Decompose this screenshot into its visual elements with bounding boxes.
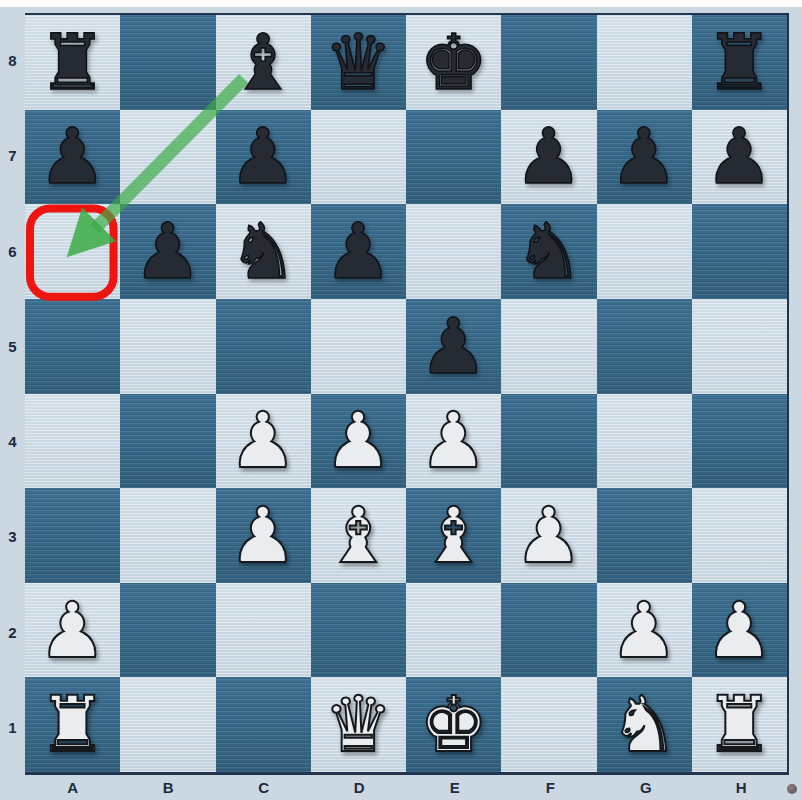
file-label-c: C xyxy=(216,775,312,800)
square-d8[interactable]: ♛ xyxy=(311,15,406,110)
square-f7[interactable]: ♟ xyxy=(501,110,596,205)
square-e6[interactable] xyxy=(406,204,501,299)
square-a3[interactable] xyxy=(25,488,120,583)
white-queen-d1[interactable]: ♛ xyxy=(311,677,406,772)
square-d1[interactable]: ♛ xyxy=(311,677,406,772)
white-pawn-f3[interactable]: ♟ xyxy=(501,488,596,583)
square-e7[interactable] xyxy=(406,110,501,205)
white-knight-g1[interactable]: ♞ xyxy=(597,677,692,772)
white-pawn-g2[interactable]: ♟ xyxy=(597,583,692,678)
square-d3[interactable]: ♝ xyxy=(311,488,406,583)
rank-label-6: 6 xyxy=(0,204,25,299)
rank-label-8: 8 xyxy=(0,13,25,108)
square-b5[interactable] xyxy=(120,299,215,394)
white-bishop-e3[interactable]: ♝ xyxy=(406,488,501,583)
black-queen-d8[interactable]: ♛ xyxy=(311,15,406,110)
square-c7[interactable]: ♟ xyxy=(216,110,311,205)
square-g4[interactable] xyxy=(597,394,692,489)
square-h1[interactable]: ♜ xyxy=(692,677,787,772)
square-g8[interactable] xyxy=(597,15,692,110)
white-king-e1[interactable]: ♚ xyxy=(406,677,501,772)
square-a2[interactable]: ♟ xyxy=(25,583,120,678)
square-g3[interactable] xyxy=(597,488,692,583)
square-f8[interactable] xyxy=(501,15,596,110)
top-strip xyxy=(0,0,802,7)
square-g6[interactable] xyxy=(597,204,692,299)
white-pawn-c4[interactable]: ♟ xyxy=(216,394,311,489)
black-pawn-g7[interactable]: ♟ xyxy=(597,110,692,205)
square-b3[interactable] xyxy=(120,488,215,583)
square-c3[interactable]: ♟ xyxy=(216,488,311,583)
square-f4[interactable] xyxy=(501,394,596,489)
square-g2[interactable]: ♟ xyxy=(597,583,692,678)
chess-board: ♜♝♛♚♜♟♟♟♟♟♟♞♟♞♟♟♟♟♟♝♝♟♟♟♟♜♛♚♞♜ xyxy=(25,13,789,775)
rank-label-1: 1 xyxy=(0,680,25,775)
square-c8[interactable]: ♝ xyxy=(216,15,311,110)
square-h5[interactable] xyxy=(692,299,787,394)
black-pawn-d6[interactable]: ♟ xyxy=(311,204,406,299)
square-f2[interactable] xyxy=(501,583,596,678)
square-a4[interactable] xyxy=(25,394,120,489)
file-label-a: A xyxy=(25,775,121,800)
rank-label-7: 7 xyxy=(0,108,25,203)
rank-label-5: 5 xyxy=(0,299,25,394)
rank-label-2: 2 xyxy=(0,585,25,680)
square-b4[interactable] xyxy=(120,394,215,489)
square-c2[interactable] xyxy=(216,583,311,678)
square-e5[interactable]: ♟ xyxy=(406,299,501,394)
square-b7[interactable] xyxy=(120,110,215,205)
square-c1[interactable] xyxy=(216,677,311,772)
white-pawn-d4[interactable]: ♟ xyxy=(311,394,406,489)
white-pawn-h2[interactable]: ♟ xyxy=(692,583,787,678)
rank-label-4: 4 xyxy=(0,394,25,489)
square-g7[interactable]: ♟ xyxy=(597,110,692,205)
file-label-f: F xyxy=(503,775,599,800)
square-f1[interactable] xyxy=(501,677,596,772)
file-label-h: H xyxy=(694,775,790,800)
square-a6[interactable] xyxy=(25,204,120,299)
square-b8[interactable] xyxy=(120,15,215,110)
square-d6[interactable]: ♟ xyxy=(311,204,406,299)
white-bishop-d3[interactable]: ♝ xyxy=(311,488,406,583)
square-d4[interactable]: ♟ xyxy=(311,394,406,489)
square-f3[interactable]: ♟ xyxy=(501,488,596,583)
square-d5[interactable] xyxy=(311,299,406,394)
square-a8[interactable]: ♜ xyxy=(25,15,120,110)
square-a5[interactable] xyxy=(25,299,120,394)
square-h2[interactable]: ♟ xyxy=(692,583,787,678)
square-h8[interactable]: ♜ xyxy=(692,15,787,110)
black-pawn-f7[interactable]: ♟ xyxy=(501,110,596,205)
black-rook-h8[interactable]: ♜ xyxy=(692,15,787,110)
file-label-b: B xyxy=(121,775,217,800)
white-pawn-e4[interactable]: ♟ xyxy=(406,394,501,489)
square-a1[interactable]: ♜ xyxy=(25,677,120,772)
square-h6[interactable] xyxy=(692,204,787,299)
square-g1[interactable]: ♞ xyxy=(597,677,692,772)
square-d2[interactable] xyxy=(311,583,406,678)
file-labels: ABCDEFGH xyxy=(25,775,789,800)
square-c4[interactable]: ♟ xyxy=(216,394,311,489)
square-e8[interactable]: ♚ xyxy=(406,15,501,110)
file-label-g: G xyxy=(598,775,694,800)
black-pawn-e5[interactable]: ♟ xyxy=(406,299,501,394)
square-g5[interactable] xyxy=(597,299,692,394)
file-label-e: E xyxy=(407,775,503,800)
square-e2[interactable] xyxy=(406,583,501,678)
watermark-dot-icon xyxy=(787,784,797,794)
black-king-e8[interactable]: ♚ xyxy=(406,15,501,110)
white-pawn-a2[interactable]: ♟ xyxy=(25,583,120,678)
black-pawn-b6[interactable]: ♟ xyxy=(120,204,215,299)
square-e1[interactable]: ♚ xyxy=(406,677,501,772)
black-pawn-a7[interactable]: ♟ xyxy=(25,110,120,205)
chess-diagram-page: 87654321 ♜♝♛♚♜♟♟♟♟♟♟♞♟♞♟♟♟♟♟♝♝♟♟♟♟♜♛♚♞♜ … xyxy=(0,0,802,800)
square-d7[interactable] xyxy=(311,110,406,205)
black-knight-c6[interactable]: ♞ xyxy=(216,204,311,299)
rank-label-3: 3 xyxy=(0,489,25,584)
square-e3[interactable]: ♝ xyxy=(406,488,501,583)
black-knight-f6[interactable]: ♞ xyxy=(501,204,596,299)
square-e4[interactable]: ♟ xyxy=(406,394,501,489)
square-f6[interactable]: ♞ xyxy=(501,204,596,299)
black-pawn-h7[interactable]: ♟ xyxy=(692,110,787,205)
square-b1[interactable] xyxy=(120,677,215,772)
square-b6[interactable]: ♟ xyxy=(120,204,215,299)
square-a7[interactable]: ♟ xyxy=(25,110,120,205)
black-bishop-c8[interactable]: ♝ xyxy=(216,15,311,110)
square-b2[interactable] xyxy=(120,583,215,678)
square-h3[interactable] xyxy=(692,488,787,583)
black-rook-a8[interactable]: ♜ xyxy=(25,15,120,110)
file-label-d: D xyxy=(312,775,408,800)
square-h4[interactable] xyxy=(692,394,787,489)
white-rook-a1[interactable]: ♜ xyxy=(25,677,120,772)
square-h7[interactable]: ♟ xyxy=(692,110,787,205)
square-c5[interactable] xyxy=(216,299,311,394)
rank-labels: 87654321 xyxy=(0,13,25,775)
square-c6[interactable]: ♞ xyxy=(216,204,311,299)
white-rook-h1[interactable]: ♜ xyxy=(692,677,787,772)
black-pawn-c7[interactable]: ♟ xyxy=(216,110,311,205)
white-pawn-c3[interactable]: ♟ xyxy=(216,488,311,583)
square-f5[interactable] xyxy=(501,299,596,394)
